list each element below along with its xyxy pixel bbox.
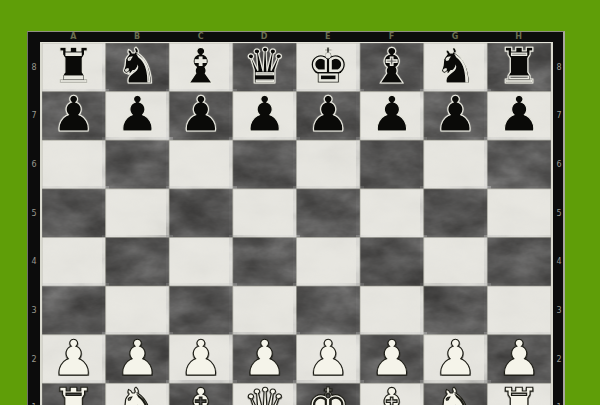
square-b1[interactable]: ♞ bbox=[106, 383, 170, 405]
piece-white-pawn[interactable]: ♟ bbox=[52, 334, 96, 383]
square-e1[interactable]: ♚ bbox=[297, 383, 361, 405]
square-e8[interactable]: ♚ bbox=[297, 43, 361, 92]
square-d8[interactable]: ♛ bbox=[233, 43, 297, 92]
piece-white-rook[interactable]: ♜ bbox=[497, 382, 541, 405]
square-c8[interactable]: ♝ bbox=[169, 43, 233, 92]
rank-label-4-left: 4 bbox=[27, 238, 41, 287]
rank-label-1-right: 1 bbox=[553, 383, 565, 405]
piece-white-pawn[interactable]: ♟ bbox=[115, 334, 159, 383]
piece-black-king[interactable]: ♚ bbox=[306, 42, 350, 91]
piece-black-queen[interactable]: ♛ bbox=[243, 42, 287, 91]
piece-white-rook[interactable]: ♜ bbox=[52, 382, 96, 405]
square-h4[interactable] bbox=[487, 238, 551, 287]
piece-white-pawn[interactable]: ♟ bbox=[243, 334, 287, 383]
square-d3[interactable] bbox=[233, 286, 297, 335]
square-f8[interactable]: ♝ bbox=[360, 43, 424, 92]
square-g7[interactable]: ♟ bbox=[424, 92, 488, 141]
square-f5[interactable] bbox=[360, 189, 424, 238]
piece-black-pawn[interactable]: ♟ bbox=[243, 90, 287, 139]
square-e6[interactable] bbox=[297, 140, 361, 189]
square-h1[interactable]: ♜ bbox=[487, 383, 551, 405]
piece-white-pawn[interactable]: ♟ bbox=[497, 334, 541, 383]
square-a1[interactable]: ♜ bbox=[42, 383, 106, 405]
square-g8[interactable]: ♞ bbox=[424, 43, 488, 92]
square-a5[interactable] bbox=[42, 189, 106, 238]
square-c3[interactable] bbox=[169, 286, 233, 335]
square-h3[interactable] bbox=[487, 286, 551, 335]
square-c7[interactable]: ♟ bbox=[169, 92, 233, 141]
piece-white-queen[interactable]: ♛ bbox=[243, 382, 287, 405]
piece-white-bishop[interactable]: ♝ bbox=[370, 382, 414, 405]
square-h8[interactable]: ♜ bbox=[487, 43, 551, 92]
piece-white-knight[interactable]: ♞ bbox=[434, 382, 478, 405]
rank-label-8-right: 8 bbox=[553, 43, 565, 92]
rank-label-2-left: 2 bbox=[27, 335, 41, 384]
piece-black-bishop[interactable]: ♝ bbox=[179, 42, 223, 91]
square-g6[interactable] bbox=[424, 140, 488, 189]
square-b7[interactable]: ♟ bbox=[106, 92, 170, 141]
square-h7[interactable]: ♟ bbox=[487, 92, 551, 141]
square-c6[interactable] bbox=[169, 140, 233, 189]
square-g3[interactable] bbox=[424, 286, 488, 335]
rank-label-8-left: 8 bbox=[27, 43, 41, 92]
square-g5[interactable] bbox=[424, 189, 488, 238]
square-a3[interactable] bbox=[42, 286, 106, 335]
square-d5[interactable] bbox=[233, 189, 297, 238]
square-b3[interactable] bbox=[106, 286, 170, 335]
square-a4[interactable] bbox=[42, 238, 106, 287]
piece-white-knight[interactable]: ♞ bbox=[115, 382, 159, 405]
square-a2[interactable]: ♟ bbox=[42, 335, 106, 384]
square-e4[interactable] bbox=[297, 238, 361, 287]
piece-black-rook[interactable]: ♜ bbox=[497, 42, 541, 91]
square-f6[interactable] bbox=[360, 140, 424, 189]
piece-black-pawn[interactable]: ♟ bbox=[497, 90, 541, 139]
square-g2[interactable]: ♟ bbox=[424, 335, 488, 384]
square-h6[interactable] bbox=[487, 140, 551, 189]
piece-black-knight[interactable]: ♞ bbox=[115, 42, 159, 91]
square-e5[interactable] bbox=[297, 189, 361, 238]
piece-white-king[interactable]: ♚ bbox=[306, 382, 350, 405]
square-f3[interactable] bbox=[360, 286, 424, 335]
rank-label-7-right: 7 bbox=[553, 92, 565, 141]
square-b6[interactable] bbox=[106, 140, 170, 189]
piece-black-rook[interactable]: ♜ bbox=[52, 42, 96, 91]
rank-label-7-left: 7 bbox=[27, 92, 41, 141]
piece-white-pawn[interactable]: ♟ bbox=[370, 334, 414, 383]
rank-label-4-right: 4 bbox=[553, 238, 565, 287]
piece-white-pawn[interactable]: ♟ bbox=[306, 334, 350, 383]
square-a6[interactable] bbox=[42, 140, 106, 189]
square-d1[interactable]: ♛ bbox=[233, 383, 297, 405]
square-f2[interactable]: ♟ bbox=[360, 335, 424, 384]
square-c1[interactable]: ♝ bbox=[169, 383, 233, 405]
piece-black-pawn[interactable]: ♟ bbox=[306, 90, 350, 139]
square-c4[interactable] bbox=[169, 238, 233, 287]
piece-black-pawn[interactable]: ♟ bbox=[115, 90, 159, 139]
square-g4[interactable] bbox=[424, 238, 488, 287]
square-f7[interactable]: ♟ bbox=[360, 92, 424, 141]
piece-black-pawn[interactable]: ♟ bbox=[179, 90, 223, 139]
piece-black-bishop[interactable]: ♝ bbox=[370, 42, 414, 91]
square-e3[interactable] bbox=[297, 286, 361, 335]
square-e7[interactable]: ♟ bbox=[297, 92, 361, 141]
square-f1[interactable]: ♝ bbox=[360, 383, 424, 405]
square-b5[interactable] bbox=[106, 189, 170, 238]
rank-label-6-left: 6 bbox=[27, 140, 41, 189]
square-f4[interactable] bbox=[360, 238, 424, 287]
piece-white-pawn[interactable]: ♟ bbox=[434, 334, 478, 383]
piece-black-pawn[interactable]: ♟ bbox=[370, 90, 414, 139]
rank-label-6-right: 6 bbox=[553, 140, 565, 189]
square-a7[interactable]: ♟ bbox=[42, 92, 106, 141]
square-e2[interactable]: ♟ bbox=[297, 335, 361, 384]
piece-black-knight[interactable]: ♞ bbox=[434, 42, 478, 91]
square-g1[interactable]: ♞ bbox=[424, 383, 488, 405]
piece-black-pawn[interactable]: ♟ bbox=[52, 90, 96, 139]
piece-black-pawn[interactable]: ♟ bbox=[434, 90, 478, 139]
square-h5[interactable] bbox=[487, 189, 551, 238]
square-c5[interactable] bbox=[169, 189, 233, 238]
square-d4[interactable] bbox=[233, 238, 297, 287]
rank-label-3-right: 3 bbox=[553, 286, 565, 335]
square-b4[interactable] bbox=[106, 238, 170, 287]
piece-white-pawn[interactable]: ♟ bbox=[179, 334, 223, 383]
square-c2[interactable]: ♟ bbox=[169, 335, 233, 384]
rank-label-1-left: 1 bbox=[27, 383, 41, 405]
chess-board[interactable]: ♜♞♝♛♚♝♞♜♟♟♟♟♟♟♟♟♟♟♟♟♟♟♟♟♜♞♝♛♚♝♞♜ bbox=[40, 42, 553, 405]
square-b8[interactable]: ♞ bbox=[106, 43, 170, 92]
rank-label-5-left: 5 bbox=[27, 189, 41, 238]
rank-labels-right: 87654321 bbox=[553, 43, 565, 405]
piece-white-bishop[interactable]: ♝ bbox=[179, 382, 223, 405]
chess-app-screen: ABCDEFGH 87654321 87654321 ♜♞♝♛♚♝♞♜♟♟♟♟♟… bbox=[0, 0, 600, 405]
rank-labels-left: 87654321 bbox=[27, 43, 41, 405]
square-b2[interactable]: ♟ bbox=[106, 335, 170, 384]
rank-label-2-right: 2 bbox=[553, 335, 565, 384]
square-a8[interactable]: ♜ bbox=[42, 43, 106, 92]
square-h2[interactable]: ♟ bbox=[487, 335, 551, 384]
rank-label-3-left: 3 bbox=[27, 286, 41, 335]
square-d2[interactable]: ♟ bbox=[233, 335, 297, 384]
rank-label-5-right: 5 bbox=[553, 189, 565, 238]
square-d6[interactable] bbox=[233, 140, 297, 189]
square-d7[interactable]: ♟ bbox=[233, 92, 297, 141]
